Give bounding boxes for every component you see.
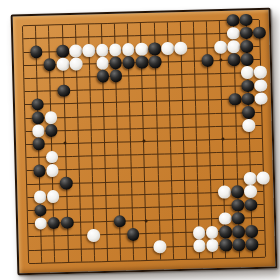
intersection-6-15[interactable] bbox=[100, 215, 113, 229]
intersection-11-18[interactable] bbox=[167, 253, 180, 267]
intersection-4-5[interactable] bbox=[70, 84, 83, 98]
intersection-7-12[interactable] bbox=[112, 175, 125, 189]
intersection-4-1[interactable] bbox=[69, 31, 82, 45]
intersection-15-5[interactable] bbox=[215, 80, 228, 94]
intersection-16-2[interactable] bbox=[227, 40, 240, 54]
intersection-18-11[interactable] bbox=[256, 158, 270, 172]
intersection-5-18[interactable] bbox=[88, 255, 101, 269]
intersection-0-10[interactable] bbox=[19, 151, 32, 165]
intersection-9-10[interactable] bbox=[138, 148, 152, 162]
intersection-17-18[interactable] bbox=[246, 251, 259, 265]
intersection-10-16[interactable] bbox=[153, 227, 166, 241]
intersection-0-6[interactable] bbox=[18, 98, 31, 112]
intersection-7-15[interactable] bbox=[113, 215, 126, 229]
intersection-12-11[interactable] bbox=[177, 160, 190, 174]
intersection-16-13[interactable] bbox=[231, 185, 244, 199]
intersection-0-3[interactable] bbox=[17, 59, 30, 73]
intersection-2-14[interactable] bbox=[47, 203, 60, 217]
intersection-6-2[interactable] bbox=[95, 43, 108, 57]
intersection-7-0[interactable] bbox=[108, 17, 121, 31]
intersection-16-12[interactable] bbox=[230, 172, 243, 186]
intersection-9-14[interactable] bbox=[139, 201, 153, 215]
intersection-10-17[interactable] bbox=[153, 240, 166, 254]
intersection-11-7[interactable] bbox=[163, 108, 176, 122]
intersection-8-7[interactable] bbox=[123, 109, 136, 123]
intersection-16-1[interactable] bbox=[227, 27, 240, 41]
intersection-4-16[interactable] bbox=[74, 229, 87, 243]
intersection-16-10[interactable] bbox=[230, 146, 243, 160]
intersection-8-0[interactable] bbox=[121, 16, 134, 30]
intersection-16-9[interactable] bbox=[229, 132, 242, 146]
intersection-7-5[interactable] bbox=[110, 83, 123, 97]
intersection-5-17[interactable] bbox=[87, 242, 100, 256]
intersection-11-14[interactable] bbox=[165, 200, 178, 214]
intersection-9-15[interactable] bbox=[139, 214, 153, 228]
intersection-14-12[interactable] bbox=[204, 173, 217, 187]
intersection-14-9[interactable] bbox=[203, 133, 216, 147]
intersection-9-13[interactable] bbox=[139, 188, 153, 202]
intersection-12-17[interactable] bbox=[179, 239, 192, 253]
intersection-11-8[interactable] bbox=[163, 121, 176, 135]
intersection-2-2[interactable] bbox=[43, 45, 56, 59]
intersection-3-13[interactable] bbox=[60, 190, 73, 204]
intersection-5-13[interactable] bbox=[86, 189, 99, 203]
intersection-18-2[interactable] bbox=[253, 39, 267, 53]
intersection-14-4[interactable] bbox=[201, 67, 214, 81]
intersection-5-2[interactable] bbox=[82, 44, 95, 58]
intersection-3-11[interactable] bbox=[59, 163, 72, 177]
intersection-6-18[interactable] bbox=[101, 255, 114, 269]
intersection-12-14[interactable] bbox=[178, 200, 191, 214]
intersection-16-4[interactable] bbox=[228, 66, 241, 80]
intersection-17-15[interactable] bbox=[245, 211, 258, 225]
intersection-2-1[interactable] bbox=[42, 31, 55, 45]
intersection-10-1[interactable] bbox=[148, 29, 161, 43]
intersection-9-5[interactable] bbox=[136, 82, 150, 96]
intersection-13-7[interactable] bbox=[189, 107, 202, 121]
intersection-0-2[interactable] bbox=[16, 45, 29, 59]
intersection-14-2[interactable] bbox=[201, 41, 214, 55]
intersection-3-10[interactable] bbox=[59, 150, 72, 164]
intersection-8-1[interactable] bbox=[121, 29, 134, 43]
intersection-11-10[interactable] bbox=[164, 147, 177, 161]
intersection-14-10[interactable] bbox=[203, 146, 216, 160]
intersection-0-7[interactable] bbox=[18, 111, 31, 125]
intersection-2-3[interactable] bbox=[43, 58, 56, 72]
intersection-13-3[interactable] bbox=[188, 54, 201, 68]
intersection-1-18[interactable] bbox=[35, 256, 48, 270]
intersection-3-12[interactable] bbox=[59, 176, 72, 190]
intersection-17-14[interactable] bbox=[244, 198, 257, 212]
intersection-11-4[interactable] bbox=[162, 68, 175, 82]
intersection-2-6[interactable] bbox=[44, 98, 57, 112]
intersection-11-16[interactable] bbox=[166, 226, 179, 240]
intersection-3-15[interactable] bbox=[60, 216, 73, 230]
intersection-5-8[interactable] bbox=[84, 123, 97, 137]
intersection-14-18[interactable] bbox=[206, 252, 219, 266]
intersection-15-10[interactable] bbox=[217, 146, 230, 160]
intersection-15-4[interactable] bbox=[214, 67, 227, 81]
intersection-0-0[interactable] bbox=[16, 19, 29, 33]
intersection-12-16[interactable] bbox=[179, 226, 192, 240]
intersection-17-1[interactable] bbox=[240, 26, 253, 40]
intersection-15-2[interactable] bbox=[214, 40, 227, 54]
intersection-3-6[interactable] bbox=[57, 97, 70, 111]
intersection-5-12[interactable] bbox=[86, 176, 99, 190]
intersection-6-12[interactable] bbox=[99, 175, 112, 189]
intersection-12-8[interactable] bbox=[176, 120, 189, 134]
intersection-17-8[interactable] bbox=[242, 119, 255, 133]
intersection-14-14[interactable] bbox=[205, 199, 218, 213]
intersection-14-15[interactable] bbox=[205, 212, 218, 226]
intersection-1-15[interactable] bbox=[34, 217, 47, 231]
intersection-3-1[interactable] bbox=[56, 31, 69, 45]
intersection-15-6[interactable] bbox=[215, 93, 228, 107]
intersection-4-14[interactable] bbox=[73, 202, 86, 216]
intersection-7-3[interactable] bbox=[109, 56, 122, 70]
intersection-13-5[interactable] bbox=[188, 81, 201, 95]
intersection-1-9[interactable] bbox=[32, 137, 45, 151]
intersection-0-9[interactable] bbox=[19, 138, 32, 152]
intersection-18-3[interactable] bbox=[254, 52, 268, 66]
intersection-14-1[interactable] bbox=[200, 27, 213, 41]
intersection-2-10[interactable] bbox=[46, 150, 59, 164]
intersection-8-16[interactable] bbox=[127, 228, 140, 242]
intersection-11-9[interactable] bbox=[164, 134, 177, 148]
intersection-3-17[interactable] bbox=[61, 242, 74, 256]
intersection-0-13[interactable] bbox=[20, 191, 33, 205]
intersection-6-0[interactable] bbox=[95, 17, 108, 31]
intersection-12-9[interactable] bbox=[177, 134, 190, 148]
intersection-10-3[interactable] bbox=[148, 55, 161, 69]
intersection-18-4[interactable] bbox=[254, 66, 268, 80]
intersection-6-13[interactable] bbox=[99, 189, 112, 203]
intersection-15-18[interactable] bbox=[219, 252, 232, 266]
intersection-0-16[interactable] bbox=[21, 230, 34, 244]
intersection-4-9[interactable] bbox=[71, 136, 84, 150]
intersection-10-15[interactable] bbox=[152, 214, 165, 228]
intersection-3-3[interactable] bbox=[56, 58, 69, 72]
intersection-10-13[interactable] bbox=[152, 187, 165, 201]
intersection-4-11[interactable] bbox=[72, 163, 85, 177]
intersection-12-6[interactable] bbox=[176, 94, 189, 108]
intersection-18-18[interactable] bbox=[259, 250, 273, 264]
intersection-17-3[interactable] bbox=[240, 53, 253, 67]
intersection-11-6[interactable] bbox=[163, 94, 176, 108]
intersection-11-3[interactable] bbox=[161, 55, 174, 69]
intersection-8-10[interactable] bbox=[124, 148, 137, 162]
intersection-18-5[interactable] bbox=[254, 79, 268, 93]
intersection-14-5[interactable] bbox=[202, 80, 215, 94]
intersection-6-5[interactable] bbox=[96, 83, 109, 97]
intersection-2-9[interactable] bbox=[45, 137, 58, 151]
intersection-8-5[interactable] bbox=[123, 82, 136, 96]
intersection-3-9[interactable] bbox=[58, 137, 71, 151]
intersection-4-0[interactable] bbox=[68, 18, 81, 32]
intersection-12-3[interactable] bbox=[175, 54, 188, 68]
intersection-14-17[interactable] bbox=[206, 239, 219, 253]
intersection-1-11[interactable] bbox=[33, 164, 46, 178]
intersection-6-7[interactable] bbox=[97, 109, 110, 123]
intersection-9-0[interactable] bbox=[134, 16, 148, 30]
intersection-16-8[interactable] bbox=[229, 119, 242, 133]
intersection-3-0[interactable] bbox=[55, 18, 68, 32]
intersection-15-7[interactable] bbox=[215, 106, 228, 120]
intersection-4-10[interactable] bbox=[72, 150, 85, 164]
intersection-3-14[interactable] bbox=[60, 203, 73, 217]
intersection-15-12[interactable] bbox=[217, 172, 230, 186]
intersection-18-15[interactable] bbox=[258, 211, 272, 225]
intersection-6-6[interactable] bbox=[97, 96, 110, 110]
intersection-10-8[interactable] bbox=[150, 121, 163, 135]
intersection-1-8[interactable] bbox=[32, 124, 45, 138]
intersection-2-7[interactable] bbox=[44, 111, 57, 125]
intersection-15-15[interactable] bbox=[218, 212, 231, 226]
intersection-12-10[interactable] bbox=[177, 147, 190, 161]
intersection-13-6[interactable] bbox=[189, 94, 202, 108]
intersection-10-5[interactable] bbox=[149, 82, 162, 96]
intersection-5-10[interactable] bbox=[85, 149, 98, 163]
intersection-2-18[interactable] bbox=[48, 256, 61, 270]
intersection-6-1[interactable] bbox=[95, 30, 108, 44]
intersection-2-12[interactable] bbox=[46, 177, 59, 191]
intersection-2-13[interactable] bbox=[47, 190, 60, 204]
intersection-2-4[interactable] bbox=[43, 71, 56, 85]
intersection-9-11[interactable] bbox=[138, 161, 152, 175]
intersection-1-6[interactable] bbox=[31, 98, 44, 112]
intersection-1-12[interactable] bbox=[33, 177, 46, 191]
intersection-4-17[interactable] bbox=[74, 242, 87, 256]
intersection-16-18[interactable] bbox=[232, 251, 245, 265]
intersection-10-4[interactable] bbox=[149, 68, 162, 82]
intersection-10-9[interactable] bbox=[150, 134, 163, 148]
intersection-13-15[interactable] bbox=[192, 213, 205, 227]
intersection-7-4[interactable] bbox=[109, 69, 122, 83]
intersection-13-1[interactable] bbox=[187, 28, 200, 42]
intersection-11-13[interactable] bbox=[165, 187, 178, 201]
intersection-5-0[interactable] bbox=[82, 17, 95, 31]
intersection-7-16[interactable] bbox=[113, 228, 126, 242]
intersection-8-15[interactable] bbox=[126, 214, 139, 228]
intersection-17-2[interactable] bbox=[240, 40, 253, 54]
intersection-8-11[interactable] bbox=[125, 161, 138, 175]
intersection-16-5[interactable] bbox=[228, 79, 241, 93]
intersection-9-7[interactable] bbox=[137, 108, 151, 122]
intersection-8-8[interactable] bbox=[124, 122, 137, 136]
intersection-15-17[interactable] bbox=[219, 238, 232, 252]
intersection-11-11[interactable] bbox=[164, 160, 177, 174]
intersection-13-8[interactable] bbox=[190, 120, 203, 134]
intersection-4-12[interactable] bbox=[73, 176, 86, 190]
intersection-8-2[interactable] bbox=[122, 43, 135, 57]
intersection-17-7[interactable] bbox=[242, 106, 255, 120]
intersection-13-14[interactable] bbox=[192, 199, 205, 213]
intersection-10-11[interactable] bbox=[151, 161, 164, 175]
intersection-5-7[interactable] bbox=[84, 110, 97, 124]
intersection-11-0[interactable] bbox=[160, 15, 173, 29]
intersection-12-15[interactable] bbox=[179, 213, 192, 227]
intersection-12-2[interactable] bbox=[174, 41, 187, 55]
intersection-1-3[interactable] bbox=[30, 58, 43, 72]
intersection-1-7[interactable] bbox=[31, 111, 44, 125]
intersection-18-12[interactable] bbox=[257, 171, 271, 185]
intersection-1-1[interactable] bbox=[29, 32, 42, 46]
intersection-15-13[interactable] bbox=[218, 185, 231, 199]
intersection-4-7[interactable] bbox=[71, 110, 84, 124]
intersection-10-0[interactable] bbox=[147, 16, 160, 30]
intersection-16-3[interactable] bbox=[227, 53, 240, 67]
intersection-1-2[interactable] bbox=[30, 45, 43, 59]
intersection-0-8[interactable] bbox=[19, 125, 32, 139]
intersection-6-14[interactable] bbox=[100, 202, 113, 216]
intersection-18-0[interactable] bbox=[253, 13, 267, 27]
intersection-2-11[interactable] bbox=[46, 164, 59, 178]
intersection-5-3[interactable] bbox=[83, 57, 96, 71]
intersection-9-6[interactable] bbox=[136, 95, 150, 109]
intersection-1-17[interactable] bbox=[35, 243, 48, 257]
intersection-0-1[interactable] bbox=[16, 32, 29, 46]
intersection-16-7[interactable] bbox=[229, 106, 242, 120]
intersection-4-3[interactable] bbox=[69, 57, 82, 71]
intersection-8-12[interactable] bbox=[125, 175, 138, 189]
intersection-15-9[interactable] bbox=[216, 133, 229, 147]
intersection-12-7[interactable] bbox=[176, 107, 189, 121]
intersection-12-13[interactable] bbox=[178, 187, 191, 201]
intersection-9-12[interactable] bbox=[138, 174, 152, 188]
intersection-4-18[interactable] bbox=[75, 255, 88, 269]
intersection-8-14[interactable] bbox=[126, 201, 139, 215]
intersection-17-13[interactable] bbox=[244, 185, 257, 199]
intersection-6-10[interactable] bbox=[98, 149, 111, 163]
intersection-18-9[interactable] bbox=[256, 132, 270, 146]
intersection-15-8[interactable] bbox=[216, 119, 229, 133]
intersection-1-13[interactable] bbox=[33, 190, 46, 204]
intersection-18-17[interactable] bbox=[258, 237, 272, 251]
intersection-16-6[interactable] bbox=[228, 93, 241, 107]
intersection-6-11[interactable] bbox=[98, 162, 111, 176]
intersection-7-14[interactable] bbox=[113, 201, 126, 215]
intersection-2-8[interactable] bbox=[45, 124, 58, 138]
intersection-12-0[interactable] bbox=[174, 15, 187, 29]
intersection-12-5[interactable] bbox=[175, 81, 188, 95]
intersection-10-14[interactable] bbox=[152, 200, 165, 214]
intersection-0-5[interactable] bbox=[17, 85, 30, 99]
intersection-14-11[interactable] bbox=[204, 159, 217, 173]
intersection-7-7[interactable] bbox=[110, 109, 123, 123]
intersection-7-10[interactable] bbox=[111, 149, 124, 163]
intersection-17-5[interactable] bbox=[241, 79, 254, 93]
intersection-6-16[interactable] bbox=[100, 228, 113, 242]
intersection-18-16[interactable] bbox=[258, 224, 272, 238]
intersection-10-6[interactable] bbox=[149, 95, 162, 109]
intersection-7-1[interactable] bbox=[108, 30, 121, 44]
intersection-2-17[interactable] bbox=[48, 243, 61, 257]
intersection-9-8[interactable] bbox=[137, 122, 151, 136]
intersection-11-15[interactable] bbox=[166, 213, 179, 227]
intersection-9-4[interactable] bbox=[136, 69, 150, 83]
intersection-0-15[interactable] bbox=[21, 217, 34, 231]
intersection-3-4[interactable] bbox=[57, 71, 70, 85]
intersection-3-2[interactable] bbox=[56, 44, 69, 58]
intersection-13-11[interactable] bbox=[191, 160, 204, 174]
intersection-9-16[interactable] bbox=[140, 227, 154, 241]
intersection-9-9[interactable] bbox=[137, 135, 151, 149]
intersection-5-4[interactable] bbox=[83, 70, 96, 84]
intersection-18-13[interactable] bbox=[257, 184, 271, 198]
intersection-8-13[interactable] bbox=[125, 188, 138, 202]
intersection-2-16[interactable] bbox=[48, 230, 61, 244]
intersection-18-7[interactable] bbox=[255, 105, 269, 119]
intersection-13-2[interactable] bbox=[187, 41, 200, 55]
intersection-15-0[interactable] bbox=[213, 14, 226, 28]
intersection-9-1[interactable] bbox=[134, 29, 148, 43]
intersection-0-4[interactable] bbox=[17, 72, 30, 86]
intersection-1-14[interactable] bbox=[34, 204, 47, 218]
intersection-4-15[interactable] bbox=[74, 216, 87, 230]
intersection-3-7[interactable] bbox=[58, 110, 71, 124]
intersection-9-18[interactable] bbox=[140, 254, 154, 268]
intersection-14-3[interactable] bbox=[201, 54, 214, 68]
intersection-15-3[interactable] bbox=[214, 53, 227, 67]
intersection-6-8[interactable] bbox=[97, 123, 110, 137]
intersection-6-4[interactable] bbox=[96, 70, 109, 84]
intersection-12-12[interactable] bbox=[178, 173, 191, 187]
intersection-0-18[interactable] bbox=[22, 257, 35, 271]
intersection-18-14[interactable] bbox=[257, 198, 271, 212]
intersection-18-1[interactable] bbox=[253, 26, 267, 40]
intersection-14-8[interactable] bbox=[203, 120, 216, 134]
intersection-1-5[interactable] bbox=[31, 85, 44, 99]
intersection-13-16[interactable] bbox=[192, 226, 205, 240]
intersection-7-9[interactable] bbox=[111, 135, 124, 149]
intersection-3-5[interactable] bbox=[57, 84, 70, 98]
intersection-17-16[interactable] bbox=[245, 224, 258, 238]
intersection-0-17[interactable] bbox=[22, 243, 35, 257]
intersection-13-0[interactable] bbox=[187, 14, 200, 28]
intersection-11-5[interactable] bbox=[162, 81, 175, 95]
intersection-13-13[interactable] bbox=[191, 186, 204, 200]
intersection-11-12[interactable] bbox=[165, 174, 178, 188]
intersection-9-2[interactable] bbox=[135, 42, 149, 56]
intersection-16-15[interactable] bbox=[231, 212, 244, 226]
intersection-15-1[interactable] bbox=[213, 27, 226, 41]
intersection-7-6[interactable] bbox=[110, 96, 123, 110]
intersection-10-18[interactable] bbox=[154, 253, 167, 267]
intersection-11-2[interactable] bbox=[161, 42, 174, 56]
intersection-18-8[interactable] bbox=[255, 118, 269, 132]
intersection-16-16[interactable] bbox=[232, 225, 245, 239]
intersection-16-11[interactable] bbox=[230, 159, 243, 173]
intersection-17-11[interactable] bbox=[243, 158, 256, 172]
intersection-17-4[interactable] bbox=[241, 66, 254, 80]
intersection-1-10[interactable] bbox=[32, 151, 45, 165]
intersection-6-9[interactable] bbox=[98, 136, 111, 150]
intersection-17-0[interactable] bbox=[239, 13, 252, 27]
intersection-15-14[interactable] bbox=[218, 199, 231, 213]
intersection-6-17[interactable] bbox=[101, 241, 114, 255]
intersection-4-6[interactable] bbox=[70, 97, 83, 111]
intersection-13-12[interactable] bbox=[191, 173, 204, 187]
intersection-17-9[interactable] bbox=[242, 132, 255, 146]
intersection-15-11[interactable] bbox=[217, 159, 230, 173]
intersection-0-11[interactable] bbox=[20, 164, 33, 178]
intersection-16-17[interactable] bbox=[232, 238, 245, 252]
intersection-5-15[interactable] bbox=[87, 215, 100, 229]
intersection-5-1[interactable] bbox=[82, 30, 95, 44]
intersection-12-4[interactable] bbox=[175, 68, 188, 82]
intersection-5-16[interactable] bbox=[87, 229, 100, 243]
intersection-5-6[interactable] bbox=[84, 96, 97, 110]
